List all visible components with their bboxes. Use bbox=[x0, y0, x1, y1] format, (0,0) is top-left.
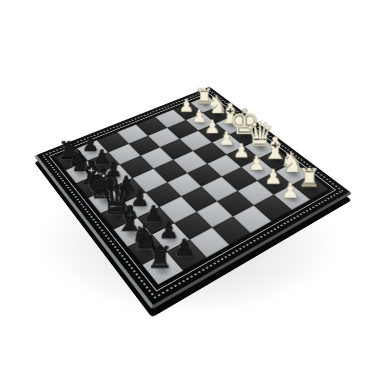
white-rook: ♜ bbox=[298, 165, 321, 191]
black-rook: ♜ bbox=[147, 243, 174, 273]
square-a8: ♜ bbox=[142, 252, 183, 285]
chess-set-photo: ♜♞♝♚♛♝♞♜♟♟♟♟♟♟♟♟♟♟♟♟♟♟♟♟♜♞♝♚♛♝♞♜ bbox=[0, 0, 370, 370]
white-pawn: ♟ bbox=[248, 153, 266, 173]
white-pawn: ♟ bbox=[264, 166, 282, 186]
square-f4 bbox=[160, 139, 192, 160]
